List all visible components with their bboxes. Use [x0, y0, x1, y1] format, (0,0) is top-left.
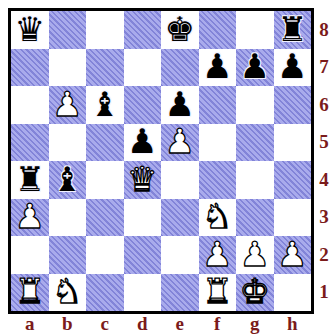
square-b6[interactable]: ♟ [49, 86, 87, 124]
square-d6[interactable] [124, 86, 162, 124]
square-d1[interactable] [124, 274, 162, 312]
white-knight-piece[interactable]: ♞ [202, 199, 232, 233]
square-g7[interactable]: ♟ [236, 49, 274, 87]
black-pawn-piece[interactable]: ♟ [240, 49, 270, 83]
white-queen-piece[interactable]: ♛ [127, 162, 157, 196]
square-e3[interactable] [161, 199, 199, 237]
square-b4[interactable]: ♝ [49, 161, 87, 199]
square-a2[interactable] [11, 236, 49, 274]
white-rook-piece[interactable]: ♜ [202, 274, 232, 308]
white-pawn-piece[interactable]: ♟ [52, 87, 82, 121]
square-f2[interactable]: ♟ [199, 236, 237, 274]
rank-label-5: 5 [313, 124, 335, 162]
rank-label-7: 7 [313, 49, 335, 87]
square-c4[interactable] [86, 161, 124, 199]
square-c3[interactable] [86, 199, 124, 237]
black-pawn-piece[interactable]: ♟ [127, 124, 157, 158]
file-label-a: a [11, 313, 49, 335]
square-f5[interactable] [199, 124, 237, 162]
square-b5[interactable] [49, 124, 87, 162]
square-g4[interactable] [236, 161, 274, 199]
square-e6[interactable]: ♟ [161, 86, 199, 124]
rank-label-8: 8 [313, 11, 335, 49]
square-f6[interactable] [199, 86, 237, 124]
white-pawn-piece[interactable]: ♟ [202, 237, 232, 271]
rank-label-1: 1 [313, 274, 335, 312]
chess-board: ♛♚♜♟♟♟♟♝♟♟♟♜♝♛♟♞♟♟♟♜♞♜♚ [8, 8, 314, 314]
file-label-f: f [199, 313, 237, 335]
square-h7[interactable]: ♟ [274, 49, 312, 87]
square-h2[interactable]: ♟ [274, 236, 312, 274]
square-g6[interactable] [236, 86, 274, 124]
white-pawn-piece[interactable]: ♟ [165, 124, 195, 158]
square-d7[interactable] [124, 49, 162, 87]
square-b2[interactable] [49, 236, 87, 274]
square-g1[interactable]: ♚ [236, 274, 274, 312]
square-e1[interactable] [161, 274, 199, 312]
white-rook-piece[interactable]: ♜ [15, 274, 45, 308]
square-f4[interactable] [199, 161, 237, 199]
black-rook-piece[interactable]: ♜ [277, 12, 307, 46]
white-king-piece[interactable]: ♚ [240, 274, 270, 308]
black-bishop-piece[interactable]: ♝ [90, 87, 120, 121]
square-e8[interactable]: ♚ [161, 11, 199, 49]
rank-label-3: 3 [313, 199, 335, 237]
square-f1[interactable]: ♜ [199, 274, 237, 312]
file-labels: abcdefgh [11, 313, 311, 335]
file-label-b: b [49, 313, 87, 335]
square-a8[interactable]: ♛ [11, 11, 49, 49]
square-g2[interactable]: ♟ [236, 236, 274, 274]
square-f7[interactable]: ♟ [199, 49, 237, 87]
square-h3[interactable] [274, 199, 312, 237]
square-c2[interactable] [86, 236, 124, 274]
file-label-h: h [274, 313, 312, 335]
square-e4[interactable] [161, 161, 199, 199]
black-queen-piece[interactable]: ♛ [15, 12, 45, 46]
square-c1[interactable] [86, 274, 124, 312]
square-d4[interactable]: ♛ [124, 161, 162, 199]
square-d8[interactable] [124, 11, 162, 49]
square-e2[interactable] [161, 236, 199, 274]
black-pawn-piece[interactable]: ♟ [277, 49, 307, 83]
square-e7[interactable] [161, 49, 199, 87]
square-d3[interactable] [124, 199, 162, 237]
square-a1[interactable]: ♜ [11, 274, 49, 312]
white-pawn-piece[interactable]: ♟ [240, 237, 270, 271]
square-c6[interactable]: ♝ [86, 86, 124, 124]
black-rook-piece[interactable]: ♜ [15, 162, 45, 196]
square-d5[interactable]: ♟ [124, 124, 162, 162]
square-f8[interactable] [199, 11, 237, 49]
rank-label-4: 4 [313, 161, 335, 199]
square-a6[interactable] [11, 86, 49, 124]
rank-label-2: 2 [313, 236, 335, 274]
square-f3[interactable]: ♞ [199, 199, 237, 237]
square-h5[interactable] [274, 124, 312, 162]
file-label-d: d [124, 313, 162, 335]
square-b8[interactable] [49, 11, 87, 49]
square-h4[interactable] [274, 161, 312, 199]
white-pawn-piece[interactable]: ♟ [277, 237, 307, 271]
square-c7[interactable] [86, 49, 124, 87]
square-g8[interactable] [236, 11, 274, 49]
square-a7[interactable] [11, 49, 49, 87]
square-b1[interactable]: ♞ [49, 274, 87, 312]
file-label-c: c [86, 313, 124, 335]
square-b7[interactable] [49, 49, 87, 87]
black-bishop-piece[interactable]: ♝ [52, 162, 82, 196]
square-a3[interactable]: ♟ [11, 199, 49, 237]
white-knight-piece[interactable]: ♞ [52, 274, 82, 308]
square-e5[interactable]: ♟ [161, 124, 199, 162]
black-pawn-piece[interactable]: ♟ [165, 87, 195, 121]
chessboard-panel: ♛♚♜♟♟♟♟♝♟♟♟♜♝♛♟♞♟♟♟♜♞♜♚ abcdefgh 8765432… [0, 0, 336, 336]
white-pawn-piece[interactable]: ♟ [15, 199, 45, 233]
square-h8[interactable]: ♜ [274, 11, 312, 49]
square-d2[interactable] [124, 236, 162, 274]
black-pawn-piece[interactable]: ♟ [202, 49, 232, 83]
square-a5[interactable] [11, 124, 49, 162]
square-c5[interactable] [86, 124, 124, 162]
square-a4[interactable]: ♜ [11, 161, 49, 199]
square-g3[interactable] [236, 199, 274, 237]
file-label-e: e [161, 313, 199, 335]
rank-labels: 87654321 [313, 11, 335, 311]
rank-label-6: 6 [313, 86, 335, 124]
square-g5[interactable] [236, 124, 274, 162]
square-h1[interactable] [274, 274, 312, 312]
file-label-g: g [236, 313, 274, 335]
black-king-piece[interactable]: ♚ [165, 12, 195, 46]
square-c8[interactable] [86, 11, 124, 49]
square-b3[interactable] [49, 199, 87, 237]
square-h6[interactable] [274, 86, 312, 124]
